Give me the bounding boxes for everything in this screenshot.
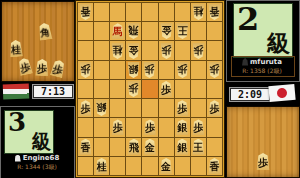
shogi-piece-sente[interactable]: 歩 xyxy=(79,100,92,116)
captured-piece[interactable]: 歩 xyxy=(35,59,50,76)
left-player-clock: 7:13 xyxy=(32,84,74,99)
black-piece-icon xyxy=(242,59,248,66)
shogi-piece-gote[interactable]: 香 xyxy=(79,4,92,20)
board-cell[interactable] xyxy=(207,22,222,40)
board-cell[interactable] xyxy=(159,118,174,136)
board-cell[interactable] xyxy=(110,99,125,117)
shogi-piece-sente[interactable]: 銀 xyxy=(176,119,189,135)
shogi-client-window: 角桂歩歩歩 7:13 3 級 Engine68 R: 1344 (3級) 香桂香… xyxy=(0,0,300,178)
right-rank-suffix: 級 xyxy=(267,28,290,59)
shogi-piece-gote[interactable]: 飛 xyxy=(127,23,140,39)
shogi-piece-gote[interactable]: 歩 xyxy=(176,62,189,78)
board-cell[interactable] xyxy=(175,157,190,175)
board-cell[interactable]: 金 xyxy=(126,41,141,59)
board-cell[interactable] xyxy=(126,99,141,117)
board-cell[interactable] xyxy=(207,138,222,156)
board-cell[interactable] xyxy=(142,99,157,117)
shogi-piece-gote[interactable]: 歩 xyxy=(160,43,173,59)
board-cell[interactable] xyxy=(78,118,93,136)
board-cell[interactable] xyxy=(94,138,109,156)
board-cell[interactable] xyxy=(159,138,174,156)
board-cell[interactable] xyxy=(94,3,109,21)
white-piece-icon xyxy=(15,155,21,162)
board-cell[interactable]: 金 xyxy=(159,22,174,40)
captured-piece[interactable]: 角 xyxy=(37,22,53,41)
board-cell[interactable] xyxy=(94,41,109,59)
board-cell[interactable] xyxy=(191,99,206,117)
hungary-flag-icon xyxy=(3,84,30,100)
board-cell[interactable]: 歩 xyxy=(207,61,222,79)
shogi-piece-sente[interactable]: 金 xyxy=(143,139,156,155)
board-cell[interactable]: 王 xyxy=(191,138,206,156)
board-cell[interactable]: 歩 xyxy=(175,99,190,117)
board-cell[interactable] xyxy=(78,41,93,59)
board-cell[interactable] xyxy=(110,61,125,79)
board-cell[interactable]: 桂 xyxy=(110,41,125,59)
board-cell[interactable] xyxy=(94,22,109,40)
right-player-clock: 2:09 xyxy=(229,87,271,102)
board-cell[interactable] xyxy=(126,118,141,136)
board-cell[interactable]: 香 xyxy=(78,138,93,156)
board-cell[interactable] xyxy=(159,99,174,117)
board-cell[interactable] xyxy=(207,118,222,136)
right-player-name-row: mfuruta xyxy=(226,58,298,66)
board-cell[interactable]: 歩 xyxy=(191,118,206,136)
right-player-name: mfuruta xyxy=(250,58,282,66)
board-cell[interactable]: 香 xyxy=(78,3,93,21)
board-cell[interactable] xyxy=(126,157,141,175)
captured-piece-tray-left[interactable]: 角桂歩歩歩 xyxy=(1,1,75,82)
board-cell[interactable]: 香 xyxy=(207,157,222,175)
board-cell[interactable]: 飛 xyxy=(126,138,141,156)
left-clock-time: 7:13 xyxy=(41,86,65,97)
captured-piece[interactable]: 歩 xyxy=(256,153,270,170)
board-cell[interactable] xyxy=(126,3,141,21)
board-cell[interactable] xyxy=(94,61,109,79)
board-cell[interactable] xyxy=(175,41,190,59)
shogi-piece-gote[interactable]: 香 xyxy=(208,4,221,20)
board-cell[interactable] xyxy=(110,3,125,21)
captured-piece[interactable]: 桂 xyxy=(8,40,23,58)
board-cell[interactable] xyxy=(94,118,109,136)
left-rank-number: 3 xyxy=(8,107,26,137)
board-cell[interactable]: 桂 xyxy=(94,157,109,175)
board-cell[interactable]: 銀 xyxy=(126,61,141,79)
shogi-piece-sente[interactable]: 王 xyxy=(192,139,205,155)
shogi-piece-sente[interactable]: 銀 xyxy=(176,139,189,155)
board-cell[interactable] xyxy=(191,80,206,98)
board-cell[interactable]: 馬 xyxy=(110,22,125,40)
right-clock-time: 2:09 xyxy=(238,89,262,100)
left-rank-suffix: 級 xyxy=(32,129,51,155)
shogi-board[interactable]: 香桂香馬飛金王桂金歩歩歩銀歩歩歩歩歩歩銀歩歩歩歩銀歩香飛金銀王桂金香 xyxy=(75,0,225,178)
shogi-piece-gote[interactable]: 歩 xyxy=(79,62,92,78)
board-cell[interactable]: 銀 xyxy=(175,118,190,136)
shogi-piece-gote[interactable]: 歩 xyxy=(192,43,205,59)
board-cell[interactable]: 香 xyxy=(207,3,222,21)
right-player-rating: R: 1358 (2級) xyxy=(226,67,298,76)
board-cell[interactable] xyxy=(142,80,157,98)
shogi-piece-sente[interactable]: 金 xyxy=(160,158,173,174)
board-cell[interactable] xyxy=(110,157,125,175)
board-cell[interactable] xyxy=(110,138,125,156)
board-cell[interactable]: 歩 xyxy=(110,118,125,136)
japan-flag-icon xyxy=(268,84,295,102)
board-cell[interactable]: 歩 xyxy=(191,41,206,59)
board-cell[interactable] xyxy=(175,80,190,98)
board-cell[interactable]: 飛 xyxy=(126,22,141,40)
shogi-piece-gote[interactable]: 歩 xyxy=(127,81,140,97)
shogi-piece-sente[interactable]: 馬 xyxy=(111,23,124,39)
shogi-piece-gote[interactable]: 銀 xyxy=(127,62,140,78)
shogi-piece-gote[interactable]: 桂 xyxy=(192,4,205,20)
board-cell[interactable]: 歩 xyxy=(126,80,141,98)
shogi-piece-sente[interactable]: 歩 xyxy=(111,119,124,135)
captured-piece-tray-right[interactable]: 歩 xyxy=(226,106,300,178)
board-cell[interactable] xyxy=(191,157,206,175)
board-cell[interactable] xyxy=(142,157,157,175)
board-cell[interactable] xyxy=(78,157,93,175)
shogi-piece-sente[interactable]: 歩 xyxy=(192,119,205,135)
board-cell[interactable] xyxy=(110,80,125,98)
shogi-piece-sente[interactable]: 歩 xyxy=(143,119,156,135)
shogi-piece-gote[interactable]: 歩 xyxy=(208,62,221,78)
shogi-piece-sente[interactable]: 歩 xyxy=(160,81,173,97)
board-cell[interactable] xyxy=(142,3,157,21)
shogi-piece-sente[interactable]: 歩 xyxy=(176,100,189,116)
board-cell[interactable]: 歩 xyxy=(142,118,157,136)
board-cell[interactable] xyxy=(191,22,206,40)
shogi-piece-gote[interactable]: 王 xyxy=(176,23,189,39)
board-cell[interactable] xyxy=(94,80,109,98)
right-rank-badge: 2 級 xyxy=(233,3,293,58)
shogi-piece-sente[interactable]: 香 xyxy=(79,139,92,155)
board-cell[interactable] xyxy=(191,61,206,79)
board-cell[interactable]: 桂 xyxy=(191,3,206,21)
shogi-piece-sente[interactable]: 香 xyxy=(208,158,221,174)
shogi-piece-gote[interactable]: 銀 xyxy=(95,100,108,116)
left-rank-badge: 3 級 xyxy=(4,110,54,154)
board-cell[interactable] xyxy=(207,41,222,59)
shogi-piece-gote[interactable]: 金 xyxy=(160,23,173,39)
board-cell[interactable]: 銀 xyxy=(175,138,190,156)
board-cell[interactable] xyxy=(78,80,93,98)
shogi-piece-gote[interactable]: 金 xyxy=(127,43,140,59)
board-cell[interactable] xyxy=(142,41,157,59)
board-cell[interactable]: 歩 xyxy=(78,61,93,79)
board-cell[interactable]: 歩 xyxy=(159,41,174,59)
shogi-piece-sente[interactable]: 桂 xyxy=(95,158,108,174)
board-cell[interactable] xyxy=(175,3,190,21)
board-cell[interactable] xyxy=(159,61,174,79)
board-cell[interactable]: 歩 xyxy=(175,61,190,79)
board-cell[interactable]: 歩 xyxy=(78,99,93,117)
shogi-piece-sente[interactable]: 歩 xyxy=(208,100,221,116)
board-cell[interactable] xyxy=(142,22,157,40)
board-cell[interactable]: 歩 xyxy=(159,80,174,98)
right-rank-number: 2 xyxy=(237,0,259,38)
shogi-piece-sente[interactable]: 飛 xyxy=(127,139,140,155)
shogi-piece-gote[interactable]: 桂 xyxy=(111,43,124,59)
left-player-name: Engine68 xyxy=(23,154,60,162)
board-cell[interactable] xyxy=(159,3,174,21)
board-cell[interactable]: 金 xyxy=(142,138,157,156)
board-cell[interactable] xyxy=(207,80,222,98)
board-cell[interactable]: 歩 xyxy=(142,61,157,79)
left-player-name-row: Engine68 xyxy=(0,154,74,162)
captured-piece[interactable]: 歩 xyxy=(16,57,33,77)
board-cell[interactable]: 王 xyxy=(175,22,190,40)
left-player-rating: R: 1344 (3級) xyxy=(0,163,74,172)
board-cell[interactable]: 金 xyxy=(159,157,174,175)
board-cell[interactable]: 歩 xyxy=(207,99,222,117)
captured-piece[interactable]: 歩 xyxy=(49,59,67,79)
board-cell[interactable]: 銀 xyxy=(94,99,109,117)
board-cell[interactable] xyxy=(78,22,93,40)
shogi-piece-gote[interactable]: 歩 xyxy=(143,62,156,78)
